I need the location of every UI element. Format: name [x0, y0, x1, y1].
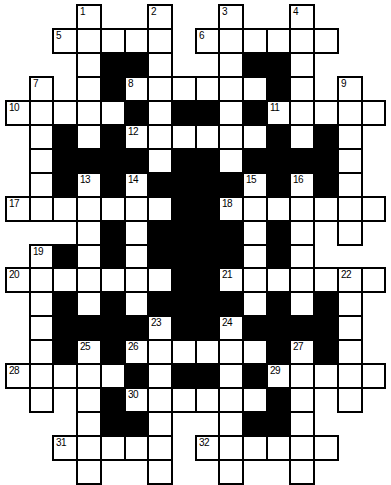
- block-cell: [52, 244, 78, 269]
- cell-r4-c1[interactable]: [29, 100, 54, 126]
- block-cell: [266, 124, 291, 150]
- block-cell: [171, 220, 197, 246]
- cell-r12-c5[interactable]: [124, 291, 149, 317]
- cell-r18-c10[interactable]: [242, 435, 268, 461]
- block-cell: [171, 363, 197, 389]
- block-cell: [124, 315, 149, 341]
- cell-r3-c1[interactable]: 7: [29, 76, 54, 102]
- cell-r17-c6[interactable]: [147, 411, 173, 437]
- cell-r14-c3[interactable]: 25: [76, 339, 102, 365]
- cell-r5-c3[interactable]: [76, 124, 102, 150]
- cell-r14-c9[interactable]: [218, 339, 244, 365]
- block-cell: [147, 244, 173, 269]
- cell-r17-c9[interactable]: [218, 411, 244, 437]
- clue-number: 16: [293, 174, 303, 185]
- block-cell: [266, 291, 291, 317]
- block-cell: [313, 124, 339, 150]
- cell-r2-c9[interactable]: [218, 52, 244, 78]
- cell-r14-c6[interactable]: [147, 339, 173, 365]
- cell-r3-c6[interactable]: [147, 76, 173, 102]
- cell-r9-c14[interactable]: [337, 220, 363, 246]
- cell-r1-c5[interactable]: [124, 28, 149, 54]
- cell-r6-c9[interactable]: [218, 148, 244, 174]
- block-cell: [100, 387, 126, 413]
- block-cell: [242, 100, 268, 126]
- cell-r11-c10[interactable]: [242, 267, 268, 293]
- cell-r18-c13[interactable]: [313, 435, 339, 461]
- cell-r3-c12[interactable]: [289, 76, 315, 102]
- cell-r14-c1[interactable]: [29, 339, 54, 365]
- cell-r12-c3[interactable]: [76, 291, 102, 317]
- cell-r8-c1[interactable]: [29, 196, 54, 222]
- cell-r13-c9[interactable]: 24: [218, 315, 244, 341]
- cell-r8-c11[interactable]: [266, 196, 291, 222]
- cell-r13-c6[interactable]: 23: [147, 315, 173, 341]
- cell-r11-c11[interactable]: [266, 267, 291, 293]
- cell-r7-c12[interactable]: 16: [289, 172, 315, 198]
- clue-number: 10: [9, 102, 19, 113]
- cell-r4-c11[interactable]: 11: [266, 100, 291, 126]
- cell-r1-c10[interactable]: [242, 28, 268, 54]
- cell-r11-c1[interactable]: [29, 267, 54, 293]
- block-cell: [147, 220, 173, 246]
- cell-r18-c6[interactable]: [147, 435, 173, 461]
- block-cell: [171, 100, 197, 126]
- block-cell: [313, 291, 339, 317]
- block-cell: [242, 315, 268, 341]
- cell-r16-c8[interactable]: [195, 387, 220, 413]
- block-cell: [100, 339, 126, 365]
- cell-r5-c7[interactable]: [171, 124, 197, 150]
- cell-r1-c6[interactable]: [147, 28, 173, 54]
- cell-r7-c3[interactable]: 13: [76, 172, 102, 198]
- clue-number: 7: [33, 78, 38, 89]
- cell-r1-c8[interactable]: 6: [195, 28, 220, 54]
- block-cell: [100, 244, 126, 269]
- cell-r3-c9[interactable]: [218, 76, 244, 102]
- cell-r15-c3[interactable]: [76, 363, 102, 389]
- cell-r2-c6[interactable]: [147, 52, 173, 78]
- cell-r15-c11[interactable]: 29: [266, 363, 291, 389]
- clue-number: 31: [56, 437, 66, 448]
- cell-r3-c3[interactable]: [76, 76, 102, 102]
- cell-r19-c3[interactable]: [76, 459, 102, 485]
- block-cell: [52, 339, 78, 365]
- cell-r8-c0[interactable]: 17: [5, 196, 31, 222]
- cell-r9-c3[interactable]: [76, 220, 102, 246]
- block-cell: [52, 172, 78, 198]
- cell-r8-c5[interactable]: [124, 196, 149, 222]
- cell-r5-c6[interactable]: [147, 124, 173, 150]
- cell-r8-c6[interactable]: [147, 196, 173, 222]
- cell-r5-c14[interactable]: [337, 124, 363, 150]
- clue-number: 27: [293, 341, 303, 352]
- block-cell: [266, 76, 291, 102]
- cell-r1-c13[interactable]: [313, 28, 339, 54]
- cell-r4-c3[interactable]: [76, 100, 102, 126]
- block-cell: [195, 100, 220, 126]
- block-cell: [218, 220, 244, 246]
- clue-number: 26: [128, 341, 138, 352]
- cell-r18-c11[interactable]: [266, 435, 291, 461]
- cell-r4-c13[interactable]: [313, 100, 339, 126]
- cell-r18-c4[interactable]: [100, 435, 126, 461]
- cell-r16-c6[interactable]: [147, 387, 173, 413]
- cell-r2-c12[interactable]: [289, 52, 315, 78]
- cell-r14-c5[interactable]: 26: [124, 339, 149, 365]
- cell-r1-c12[interactable]: [289, 28, 315, 54]
- block-cell: [218, 244, 244, 269]
- cell-r16-c5[interactable]: 30: [124, 387, 149, 413]
- clue-number: 8: [128, 78, 133, 89]
- block-cell: [195, 267, 220, 293]
- crossword-grid: 1234567891011121314151617181920212223242…: [0, 0, 391, 485]
- cell-r11-c15[interactable]: [361, 267, 386, 293]
- cell-r14-c8[interactable]: [195, 339, 220, 365]
- clue-number: 4: [293, 6, 298, 17]
- block-cell: [266, 315, 291, 341]
- clue-number: 3: [222, 6, 227, 17]
- block-cell: [171, 196, 197, 222]
- cell-r19-c12[interactable]: [289, 459, 315, 485]
- cell-r13-c1[interactable]: [29, 315, 54, 341]
- block-cell: [171, 267, 197, 293]
- cell-r15-c13[interactable]: [313, 363, 339, 389]
- cell-r7-c1[interactable]: [29, 172, 54, 198]
- clue-number: 14: [128, 174, 138, 185]
- block-cell: [124, 363, 149, 389]
- clue-number: 17: [9, 198, 19, 209]
- cell-r0-c3[interactable]: 1: [76, 4, 102, 30]
- block-cell: [289, 148, 315, 174]
- cell-r11-c12[interactable]: [289, 267, 315, 293]
- cell-r9-c5[interactable]: [124, 220, 149, 246]
- block-cell: [266, 148, 291, 174]
- cell-r18-c3[interactable]: [76, 435, 102, 461]
- block-cell: [313, 315, 339, 341]
- cell-r18-c2[interactable]: 31: [52, 435, 78, 461]
- cell-r4-c2[interactable]: [52, 100, 78, 126]
- cell-r6-c1[interactable]: [29, 148, 54, 174]
- cell-r0-c12[interactable]: 4: [289, 4, 315, 30]
- cell-r4-c12[interactable]: [289, 100, 315, 126]
- cell-r6-c6[interactable]: [147, 148, 173, 174]
- block-cell: [195, 220, 220, 246]
- block-cell: [52, 291, 78, 317]
- cell-r14-c14[interactable]: [337, 339, 363, 365]
- cell-r18-c9[interactable]: [218, 435, 244, 461]
- clue-number: 13: [80, 174, 90, 185]
- block-cell: [100, 124, 126, 150]
- block-cell: [266, 220, 291, 246]
- cell-r13-c14[interactable]: [337, 315, 363, 341]
- cell-r7-c5[interactable]: 14: [124, 172, 149, 198]
- cell-r6-c14[interactable]: [337, 148, 363, 174]
- cell-r9-c10[interactable]: [242, 220, 268, 246]
- cell-r16-c3[interactable]: [76, 387, 102, 413]
- block-cell: [171, 315, 197, 341]
- cell-r15-c14[interactable]: [337, 363, 363, 389]
- block-cell: [289, 315, 315, 341]
- block-cell: [76, 315, 102, 341]
- cell-r4-c4[interactable]: [100, 100, 126, 126]
- block-cell: [313, 148, 339, 174]
- cell-r11-c4[interactable]: [100, 267, 126, 293]
- block-cell: [52, 315, 78, 341]
- block-cell: [52, 124, 78, 150]
- cell-r11-c9[interactable]: 21: [218, 267, 244, 293]
- block-cell: [266, 411, 291, 437]
- block-cell: [171, 291, 197, 317]
- cell-r17-c12[interactable]: [289, 411, 315, 437]
- block-cell: [266, 387, 291, 413]
- cell-r3-c14[interactable]: 9: [337, 76, 363, 102]
- block-cell: [266, 52, 291, 78]
- cell-r5-c1[interactable]: [29, 124, 54, 150]
- cell-r4-c0[interactable]: 10: [5, 100, 31, 126]
- block-cell: [266, 339, 291, 365]
- block-cell: [242, 52, 268, 78]
- cell-r7-c14[interactable]: [337, 172, 363, 198]
- cell-r16-c9[interactable]: [218, 387, 244, 413]
- clue-number: 18: [222, 198, 232, 209]
- cell-r3-c8[interactable]: [195, 76, 220, 102]
- block-cell: [100, 220, 126, 246]
- block-cell: [242, 148, 268, 174]
- cell-r11-c2[interactable]: [52, 267, 78, 293]
- cell-r8-c14[interactable]: [337, 196, 363, 222]
- block-cell: [100, 411, 126, 437]
- cell-r11-c13[interactable]: [313, 267, 339, 293]
- block-cell: [100, 52, 126, 78]
- block-cell: [171, 148, 197, 174]
- cell-r14-c12[interactable]: 27: [289, 339, 315, 365]
- cell-r10-c12[interactable]: [289, 244, 315, 269]
- cell-r16-c10[interactable]: [242, 387, 268, 413]
- cell-r8-c10[interactable]: [242, 196, 268, 222]
- block-cell: [124, 100, 149, 126]
- cell-r19-c9[interactable]: [218, 459, 244, 485]
- cell-r16-c14[interactable]: [337, 387, 363, 413]
- cell-r3-c10[interactable]: [242, 76, 268, 102]
- cell-r8-c15[interactable]: [361, 196, 386, 222]
- block-cell: [52, 148, 78, 174]
- block-cell: [195, 291, 220, 317]
- clue-number: 9: [341, 78, 346, 89]
- clue-number: 5: [56, 30, 61, 41]
- cell-r5-c10[interactable]: [242, 124, 268, 150]
- clue-number: 15: [246, 174, 256, 185]
- cell-r18-c8[interactable]: 32: [195, 435, 220, 461]
- clue-number: 19: [33, 246, 43, 257]
- block-cell: [100, 148, 126, 174]
- clue-number: 20: [9, 269, 19, 280]
- cell-r1-c9[interactable]: [218, 28, 244, 54]
- cell-r11-c0[interactable]: 20: [5, 267, 31, 293]
- cell-r11-c5[interactable]: [124, 267, 149, 293]
- cell-r12-c12[interactable]: [289, 291, 315, 317]
- cell-r3-c7[interactable]: [171, 76, 197, 102]
- clue-number: 6: [199, 30, 204, 41]
- clue-number: 2: [151, 6, 156, 17]
- block-cell: [100, 172, 126, 198]
- cell-r8-c12[interactable]: [289, 196, 315, 222]
- cell-r19-c6[interactable]: [147, 459, 173, 485]
- block-cell: [195, 172, 220, 198]
- cell-r11-c3[interactable]: [76, 267, 102, 293]
- block-cell: [195, 148, 220, 174]
- cell-r5-c12[interactable]: [289, 124, 315, 150]
- block-cell: [100, 76, 126, 102]
- block-cell: [242, 363, 268, 389]
- cell-r1-c4[interactable]: [100, 28, 126, 54]
- cell-r16-c1[interactable]: [29, 387, 54, 413]
- block-cell: [242, 411, 268, 437]
- cell-r16-c7[interactable]: [171, 387, 197, 413]
- cell-r10-c10[interactable]: [242, 244, 268, 269]
- block-cell: [218, 172, 244, 198]
- block-cell: [266, 172, 291, 198]
- cell-r14-c7[interactable]: [171, 339, 197, 365]
- cell-r7-c10[interactable]: 15: [242, 172, 268, 198]
- block-cell: [147, 172, 173, 198]
- cell-r15-c4[interactable]: [100, 363, 126, 389]
- block-cell: [147, 291, 173, 317]
- cell-r15-c2[interactable]: [52, 363, 78, 389]
- block-cell: [266, 244, 291, 269]
- cell-r8-c9[interactable]: 18: [218, 196, 244, 222]
- block-cell: [100, 315, 126, 341]
- clue-number: 22: [341, 269, 351, 280]
- cell-r5-c5[interactable]: 12: [124, 124, 149, 150]
- cell-r11-c6[interactable]: [147, 267, 173, 293]
- cell-r0-c9[interactable]: 3: [218, 4, 244, 30]
- cell-r15-c12[interactable]: [289, 363, 315, 389]
- block-cell: [76, 148, 102, 174]
- block-cell: [313, 339, 339, 365]
- cell-r3-c5[interactable]: 8: [124, 76, 149, 102]
- block-cell: [195, 244, 220, 269]
- cell-r14-c10[interactable]: [242, 339, 268, 365]
- clue-number: 25: [80, 341, 90, 352]
- block-cell: [124, 411, 149, 437]
- cell-r18-c12[interactable]: [289, 435, 315, 461]
- cell-r4-c14[interactable]: [337, 100, 363, 126]
- cell-r16-c12[interactable]: [289, 387, 315, 413]
- cell-r5-c9[interactable]: [218, 124, 244, 150]
- cell-r12-c1[interactable]: [29, 291, 54, 317]
- cell-r9-c12[interactable]: [289, 220, 315, 246]
- cell-r4-c6[interactable]: [147, 100, 173, 126]
- block-cell: [195, 315, 220, 341]
- block-cell: [195, 196, 220, 222]
- block-cell: [218, 291, 244, 317]
- clue-number: 24: [222, 317, 232, 328]
- cell-r10-c5[interactable]: [124, 244, 149, 269]
- clue-number: 28: [9, 365, 19, 376]
- cell-r0-c6[interactable]: 2: [147, 4, 173, 30]
- block-cell: [124, 52, 149, 78]
- cell-r1-c2[interactable]: 5: [52, 28, 78, 54]
- cell-r15-c0[interactable]: 28: [5, 363, 31, 389]
- block-cell: [100, 291, 126, 317]
- cell-r12-c14[interactable]: [337, 291, 363, 317]
- cell-r17-c3[interactable]: [76, 411, 102, 437]
- cell-r8-c13[interactable]: [313, 196, 339, 222]
- clue-number: 21: [222, 269, 232, 280]
- cell-r1-c3[interactable]: [76, 28, 102, 54]
- cell-r11-c14[interactable]: 22: [337, 267, 363, 293]
- cell-r15-c1[interactable]: [29, 363, 54, 389]
- cell-r12-c10[interactable]: [242, 291, 268, 317]
- cell-r8-c2[interactable]: [52, 196, 78, 222]
- clue-number: 30: [128, 389, 138, 400]
- cell-r15-c6[interactable]: [147, 363, 173, 389]
- block-cell: [124, 148, 149, 174]
- cell-r15-c9[interactable]: [218, 363, 244, 389]
- clue-number: 12: [128, 126, 138, 137]
- block-cell: [313, 172, 339, 198]
- block-cell: [171, 244, 197, 269]
- cell-r15-c15[interactable]: [361, 363, 386, 389]
- cell-r1-c11[interactable]: [266, 28, 291, 54]
- clue-number: 11: [270, 102, 279, 113]
- cell-r10-c1[interactable]: 19: [29, 244, 54, 269]
- cell-r4-c9[interactable]: [218, 100, 244, 126]
- clue-number: 29: [270, 365, 280, 376]
- cell-r2-c3[interactable]: [76, 52, 102, 78]
- cell-r8-c3[interactable]: [76, 196, 102, 222]
- cell-r18-c5[interactable]: [124, 435, 149, 461]
- clue-number: 1: [80, 6, 85, 17]
- block-cell: [195, 363, 220, 389]
- cell-r8-c4[interactable]: [100, 196, 126, 222]
- clue-number: 32: [199, 437, 209, 448]
- cell-r10-c3[interactable]: [76, 244, 102, 269]
- block-cell: [171, 172, 197, 198]
- cell-r5-c8[interactable]: [195, 124, 220, 150]
- cell-r4-c15[interactable]: [361, 100, 386, 126]
- clue-number: 23: [151, 317, 161, 328]
